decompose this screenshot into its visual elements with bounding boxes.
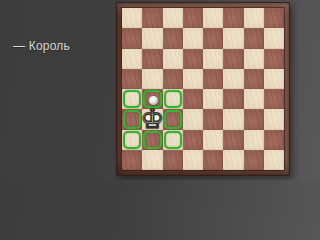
square-f4[interactable] — [223, 89, 243, 109]
square-f5[interactable] — [223, 69, 243, 89]
square-b6[interactable] — [142, 49, 162, 69]
board-grid: ♚ — [122, 8, 284, 170]
square-c7[interactable] — [163, 28, 183, 48]
pointer-ball-icon — [149, 96, 158, 105]
square-a2[interactable] — [122, 130, 142, 150]
square-h2[interactable] — [264, 130, 284, 150]
square-a8[interactable] — [122, 8, 142, 28]
square-g4[interactable] — [244, 89, 264, 109]
legal-move-highlight-a3 — [123, 110, 141, 128]
square-h5[interactable] — [264, 69, 284, 89]
square-d5[interactable] — [183, 69, 203, 89]
square-b8[interactable] — [142, 8, 162, 28]
square-h8[interactable] — [264, 8, 284, 28]
square-b7[interactable] — [142, 28, 162, 48]
square-c2[interactable] — [163, 130, 183, 150]
square-b1[interactable] — [142, 150, 162, 170]
chess-board-frame: ♚ — [116, 2, 290, 176]
square-a3[interactable] — [122, 109, 142, 129]
square-a4[interactable] — [122, 89, 142, 109]
square-h7[interactable] — [264, 28, 284, 48]
square-d7[interactable] — [183, 28, 203, 48]
square-f7[interactable] — [223, 28, 243, 48]
square-a1[interactable] — [122, 150, 142, 170]
square-c4[interactable] — [163, 89, 183, 109]
square-g2[interactable] — [244, 130, 264, 150]
square-d3[interactable] — [183, 109, 203, 129]
square-c8[interactable] — [163, 8, 183, 28]
square-e2[interactable] — [203, 130, 223, 150]
white-king-piece[interactable]: ♚ — [140, 105, 164, 132]
square-c6[interactable] — [163, 49, 183, 69]
legal-move-highlight-c2 — [164, 131, 182, 149]
square-a7[interactable] — [122, 28, 142, 48]
square-b3[interactable]: ♚ — [142, 109, 162, 129]
square-h3[interactable] — [264, 109, 284, 129]
square-g8[interactable] — [244, 8, 264, 28]
square-h1[interactable] — [264, 150, 284, 170]
square-c5[interactable] — [163, 69, 183, 89]
square-e4[interactable] — [203, 89, 223, 109]
square-e7[interactable] — [203, 28, 223, 48]
caption-korol: — Король — [13, 39, 70, 53]
square-a6[interactable] — [122, 49, 142, 69]
square-h4[interactable] — [264, 89, 284, 109]
square-c1[interactable] — [163, 150, 183, 170]
square-h6[interactable] — [264, 49, 284, 69]
square-e5[interactable] — [203, 69, 223, 89]
square-c3[interactable] — [163, 109, 183, 129]
square-f6[interactable] — [223, 49, 243, 69]
square-d4[interactable] — [183, 89, 203, 109]
square-g7[interactable] — [244, 28, 264, 48]
square-d6[interactable] — [183, 49, 203, 69]
square-e3[interactable] — [203, 109, 223, 129]
legal-move-highlight-a2 — [123, 131, 141, 149]
square-e1[interactable] — [203, 150, 223, 170]
square-g6[interactable] — [244, 49, 264, 69]
square-f1[interactable] — [223, 150, 243, 170]
square-f8[interactable] — [223, 8, 243, 28]
square-b5[interactable] — [142, 69, 162, 89]
legal-move-highlight-c3 — [164, 110, 182, 128]
square-a5[interactable] — [122, 69, 142, 89]
legal-move-highlight-a4 — [123, 90, 141, 108]
square-f3[interactable] — [223, 109, 243, 129]
square-g5[interactable] — [244, 69, 264, 89]
square-d8[interactable] — [183, 8, 203, 28]
square-g1[interactable] — [244, 150, 264, 170]
legal-move-highlight-c4 — [164, 90, 182, 108]
square-e8[interactable] — [203, 8, 223, 28]
square-f2[interactable] — [223, 130, 243, 150]
square-e6[interactable] — [203, 49, 223, 69]
square-g3[interactable] — [244, 109, 264, 129]
square-d2[interactable] — [183, 130, 203, 150]
square-d1[interactable] — [183, 150, 203, 170]
